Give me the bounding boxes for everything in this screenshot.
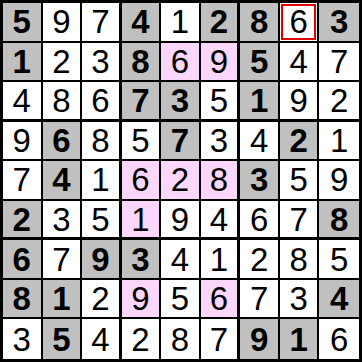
cell-r3c1[interactable]: 4 bbox=[3, 82, 43, 122]
cell-r3c2[interactable]: 8 bbox=[43, 82, 83, 122]
cell-r8c7[interactable]: 7 bbox=[240, 280, 280, 320]
cell-r9c4[interactable]: 2 bbox=[122, 319, 162, 359]
cell-r7c3[interactable]: 9 bbox=[82, 240, 122, 280]
cell-r2c8[interactable]: 4 bbox=[280, 43, 320, 83]
cell-r9c6[interactable]: 7 bbox=[201, 319, 241, 359]
cell-r1c1[interactable]: 5 bbox=[3, 3, 43, 43]
cell-r9c3[interactable]: 4 bbox=[82, 319, 122, 359]
cell-r7c9[interactable]: 5 bbox=[319, 240, 359, 280]
cell-r3c4[interactable]: 7 bbox=[122, 82, 162, 122]
cell-r8c5[interactable]: 5 bbox=[161, 280, 201, 320]
cell-r4c8[interactable]: 2 bbox=[280, 122, 320, 162]
cell-r3c5[interactable]: 3 bbox=[161, 82, 201, 122]
cell-r3c8[interactable]: 9 bbox=[280, 82, 320, 122]
cell-r4c5[interactable]: 7 bbox=[161, 122, 201, 162]
cell-r8c4[interactable]: 9 bbox=[122, 280, 162, 320]
cell-r1c8[interactable]: 6 bbox=[280, 3, 320, 43]
cell-r3c7[interactable]: 1 bbox=[240, 82, 280, 122]
cell-r7c8[interactable]: 8 bbox=[280, 240, 320, 280]
cell-r6c1[interactable]: 2 bbox=[3, 201, 43, 241]
cell-r6c5[interactable]: 9 bbox=[161, 201, 201, 241]
cell-r6c8[interactable]: 7 bbox=[280, 201, 320, 241]
cell-r5c8[interactable]: 5 bbox=[280, 161, 320, 201]
cell-r1c4[interactable]: 4 bbox=[122, 3, 162, 43]
cell-r9c9[interactable]: 6 bbox=[319, 319, 359, 359]
cell-r4c1[interactable]: 9 bbox=[3, 122, 43, 162]
cell-r2c1[interactable]: 1 bbox=[3, 43, 43, 83]
cell-r2c4[interactable]: 8 bbox=[122, 43, 162, 83]
cell-r6c3[interactable]: 5 bbox=[82, 201, 122, 241]
cell-r5c9[interactable]: 9 bbox=[319, 161, 359, 201]
cell-r7c5[interactable]: 4 bbox=[161, 240, 201, 280]
cell-r1c5[interactable]: 1 bbox=[161, 3, 201, 43]
cell-r2c5[interactable]: 6 bbox=[161, 43, 201, 83]
cell-r1c7[interactable]: 8 bbox=[240, 3, 280, 43]
cell-r4c2[interactable]: 6 bbox=[43, 122, 83, 162]
cell-r7c4[interactable]: 3 bbox=[122, 240, 162, 280]
cell-r9c5[interactable]: 8 bbox=[161, 319, 201, 359]
cell-r4c9[interactable]: 1 bbox=[319, 122, 359, 162]
cell-r2c6[interactable]: 9 bbox=[201, 43, 241, 83]
cell-r4c6[interactable]: 3 bbox=[201, 122, 241, 162]
cell-r8c1[interactable]: 8 bbox=[3, 280, 43, 320]
sudoku-board: 5974128631238695474867351929685734217416… bbox=[0, 0, 362, 362]
cell-r5c2[interactable]: 4 bbox=[43, 161, 83, 201]
cell-r2c3[interactable]: 3 bbox=[82, 43, 122, 83]
cell-r6c7[interactable]: 6 bbox=[240, 201, 280, 241]
cell-r7c6[interactable]: 1 bbox=[201, 240, 241, 280]
cell-r3c9[interactable]: 2 bbox=[319, 82, 359, 122]
cell-r8c9[interactable]: 4 bbox=[319, 280, 359, 320]
cell-r8c3[interactable]: 2 bbox=[82, 280, 122, 320]
cell-r5c1[interactable]: 7 bbox=[3, 161, 43, 201]
cell-r3c3[interactable]: 6 bbox=[82, 82, 122, 122]
cell-r5c4[interactable]: 6 bbox=[122, 161, 162, 201]
cell-r6c6[interactable]: 4 bbox=[201, 201, 241, 241]
cell-r3c6[interactable]: 5 bbox=[201, 82, 241, 122]
cell-r2c2[interactable]: 2 bbox=[43, 43, 83, 83]
cell-r1c3[interactable]: 7 bbox=[82, 3, 122, 43]
cell-r9c1[interactable]: 3 bbox=[3, 319, 43, 359]
cell-r2c9[interactable]: 7 bbox=[319, 43, 359, 83]
cell-r4c7[interactable]: 4 bbox=[240, 122, 280, 162]
cell-r8c8[interactable]: 3 bbox=[280, 280, 320, 320]
cell-r4c4[interactable]: 5 bbox=[122, 122, 162, 162]
cell-r4c3[interactable]: 8 bbox=[82, 122, 122, 162]
cell-r1c9[interactable]: 3 bbox=[319, 3, 359, 43]
cell-r5c3[interactable]: 1 bbox=[82, 161, 122, 201]
cell-r7c1[interactable]: 6 bbox=[3, 240, 43, 280]
cell-r1c2[interactable]: 9 bbox=[43, 3, 83, 43]
cell-r8c2[interactable]: 1 bbox=[43, 280, 83, 320]
cell-r9c8[interactable]: 1 bbox=[280, 319, 320, 359]
cell-r8c6[interactable]: 6 bbox=[201, 280, 241, 320]
cell-r7c7[interactable]: 2 bbox=[240, 240, 280, 280]
cell-r5c7[interactable]: 3 bbox=[240, 161, 280, 201]
cell-r1c6[interactable]: 2 bbox=[201, 3, 241, 43]
cell-r6c4[interactable]: 1 bbox=[122, 201, 162, 241]
cell-r2c7[interactable]: 5 bbox=[240, 43, 280, 83]
cell-r9c2[interactable]: 5 bbox=[43, 319, 83, 359]
cell-r7c2[interactable]: 7 bbox=[43, 240, 83, 280]
cell-r5c5[interactable]: 2 bbox=[161, 161, 201, 201]
cell-r6c9[interactable]: 8 bbox=[319, 201, 359, 241]
cell-r5c6[interactable]: 8 bbox=[201, 161, 241, 201]
cell-r9c7[interactable]: 9 bbox=[240, 319, 280, 359]
cell-r6c2[interactable]: 3 bbox=[43, 201, 83, 241]
